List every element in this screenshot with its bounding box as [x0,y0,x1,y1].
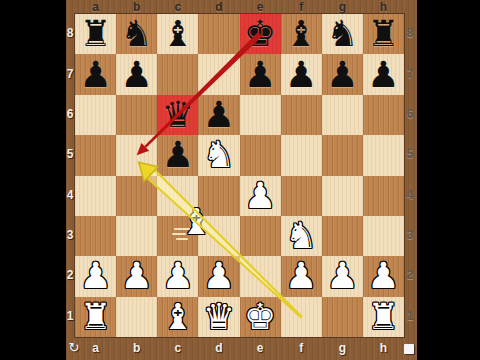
black-pawn-c5[interactable]: ♟ [162,135,194,175]
black-knight-b8[interactable]: ♞ [121,14,153,54]
corner-square-button[interactable] [404,344,414,354]
black-pawn-f7[interactable]: ♟ [285,55,317,95]
white-pawn-d2[interactable]: ♟ [203,256,235,296]
rank-label-left-6: 6 [60,107,80,121]
black-bishop-f8[interactable]: ♝ [285,14,317,54]
square-e7[interactable]: ♟ [240,54,281,94]
rank-label-right-2: 2 [400,268,420,282]
square-c7[interactable] [157,54,198,94]
square-b6[interactable] [116,95,157,135]
rank-label-left-8: 8 [60,26,80,40]
black-knight-g8[interactable]: ♞ [326,14,358,54]
black-rook-a8[interactable]: ♜ [79,14,111,54]
square-a1[interactable]: ♜ [75,297,116,337]
square-g8[interactable]: ♞ [322,14,363,54]
square-f8[interactable]: ♝ [281,14,322,54]
black-pawn-a7[interactable]: ♟ [79,55,111,95]
square-h6[interactable] [363,95,404,135]
square-d5[interactable]: ♞ [198,135,239,175]
file-label-bottom-g: g [332,341,352,355]
white-pawn-f2[interactable]: ♟ [285,256,317,296]
chess-board: ♜♞♝♚♝♞♜♟♟♟♟♟♟♛♟♟♞♟♞♟♟♟♟♟♟♟♜♝♛♚♜ aabbccdd… [66,0,417,360]
rank-label-right-4: 4 [400,188,420,202]
black-pawn-b7[interactable]: ♟ [121,55,153,95]
square-a6[interactable] [75,95,116,135]
black-pawn-h7[interactable]: ♟ [367,55,399,95]
white-rook-a1[interactable]: ♜ [79,297,111,337]
square-b7[interactable]: ♟ [116,54,157,94]
file-label-bottom-b: b [127,341,147,355]
white-pawn-h2[interactable]: ♟ [367,256,399,296]
black-pawn-d6[interactable]: ♟ [203,95,235,135]
square-c1[interactable]: ♝ [157,297,198,337]
square-a4[interactable] [75,176,116,216]
screenshot-stage: ♜♞♝♚♝♞♜♟♟♟♟♟♟♛♟♟♞♟♞♟♟♟♟♟♟♟♜♝♛♚♜ aabbccdd… [0,0,480,360]
square-d1[interactable]: ♛ [198,297,239,337]
rank-label-right-6: 6 [400,107,420,121]
square-b4[interactable] [116,176,157,216]
black-king-e8[interactable]: ♚ [244,14,276,54]
square-e2[interactable] [240,256,281,296]
square-g5[interactable] [322,135,363,175]
square-c8[interactable]: ♝ [157,14,198,54]
square-b2[interactable]: ♟ [116,256,157,296]
black-bishop-c8[interactable]: ♝ [162,14,194,54]
file-label-bottom-d: d [209,341,229,355]
square-f6[interactable] [281,95,322,135]
file-label-bottom-a: a [86,341,106,355]
square-b1[interactable] [116,297,157,337]
square-f1[interactable] [281,297,322,337]
rank-label-right-5: 5 [400,147,420,161]
rank-label-left-3: 3 [60,228,80,242]
square-d2[interactable]: ♟ [198,256,239,296]
square-h8[interactable]: ♜ [363,14,404,54]
white-bishop-moving-f1-to-b5[interactable]: ♝ [176,201,218,243]
file-label-bottom-c: c [168,341,188,355]
rank-label-left-7: 7 [60,67,80,81]
square-e3[interactable] [240,216,281,256]
square-g1[interactable] [322,297,363,337]
file-label-top-f: f [291,0,311,14]
square-e8[interactable]: ♚ [240,14,281,54]
square-e1[interactable]: ♚ [240,297,281,337]
square-c6[interactable]: ♛ [157,95,198,135]
square-e5[interactable] [240,135,281,175]
white-queen-d1[interactable]: ♛ [203,297,235,337]
white-king-e1[interactable]: ♚ [244,297,276,337]
square-d8[interactable] [198,14,239,54]
rank-label-right-1: 1 [400,309,420,323]
black-pawn-g7[interactable]: ♟ [326,55,358,95]
file-label-top-c: c [168,0,188,14]
board-squares: ♜♞♝♚♝♞♜♟♟♟♟♟♟♛♟♟♞♟♞♟♟♟♟♟♟♟♜♝♛♚♜ [75,14,404,337]
square-f2[interactable]: ♟ [281,256,322,296]
black-rook-h8[interactable]: ♜ [367,14,399,54]
square-g2[interactable]: ♟ [322,256,363,296]
square-g7[interactable]: ♟ [322,54,363,94]
file-label-top-g: g [332,0,352,14]
square-b5[interactable] [116,135,157,175]
square-f7[interactable]: ♟ [281,54,322,94]
square-a5[interactable] [75,135,116,175]
square-h3[interactable] [363,216,404,256]
square-d7[interactable] [198,54,239,94]
square-f4[interactable] [281,176,322,216]
file-label-top-d: d [209,0,229,14]
file-label-bottom-e: e [250,341,270,355]
rank-label-right-8: 8 [400,26,420,40]
rank-label-right-3: 3 [400,228,420,242]
square-f3[interactable]: ♞ [281,216,322,256]
black-pawn-e7[interactable]: ♟ [244,55,276,95]
white-bishop-c1[interactable]: ♝ [162,297,194,337]
square-a3[interactable] [75,216,116,256]
square-h5[interactable] [363,135,404,175]
rank-label-left-4: 4 [60,188,80,202]
square-a7[interactable]: ♟ [75,54,116,94]
file-label-top-a: a [86,0,106,14]
file-label-top-h: h [373,0,393,14]
file-label-top-b: b [127,0,147,14]
white-rook-h1[interactable]: ♜ [367,297,399,337]
square-b8[interactable]: ♞ [116,14,157,54]
white-pawn-a2[interactable]: ♟ [79,256,111,296]
square-d6[interactable]: ♟ [198,95,239,135]
white-knight-d5[interactable]: ♞ [203,135,235,175]
flip-board-button[interactable]: ↻ [66,340,82,356]
white-pawn-c2[interactable]: ♟ [162,256,194,296]
square-h2[interactable]: ♟ [363,256,404,296]
square-g6[interactable] [322,95,363,135]
square-c5[interactable]: ♟ [157,135,198,175]
rank-label-left-5: 5 [60,147,80,161]
square-h1[interactable]: ♜ [363,297,404,337]
file-label-top-e: e [250,0,270,14]
file-label-bottom-f: f [291,341,311,355]
black-queen-c6[interactable]: ♛ [162,95,194,135]
square-a2[interactable]: ♟ [75,256,116,296]
rank-label-left-1: 1 [60,309,80,323]
white-knight-f3[interactable]: ♞ [285,216,317,256]
square-c2[interactable]: ♟ [157,256,198,296]
white-pawn-e4[interactable]: ♟ [244,176,276,216]
square-e6[interactable] [240,95,281,135]
square-b3[interactable] [116,216,157,256]
square-g4[interactable] [322,176,363,216]
square-h7[interactable]: ♟ [363,54,404,94]
file-label-bottom-h: h [373,341,393,355]
white-pawn-b2[interactable]: ♟ [121,256,153,296]
square-e4[interactable]: ♟ [240,176,281,216]
rank-label-left-2: 2 [60,268,80,282]
square-g3[interactable] [322,216,363,256]
rank-label-right-7: 7 [400,67,420,81]
square-a8[interactable]: ♜ [75,14,116,54]
square-f5[interactable] [281,135,322,175]
square-h4[interactable] [363,176,404,216]
white-pawn-g2[interactable]: ♟ [326,256,358,296]
